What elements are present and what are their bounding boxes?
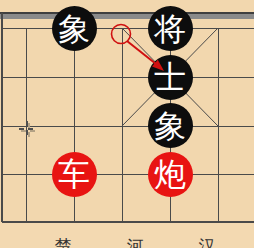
river-char-han: 汉: [199, 235, 216, 248]
piece-red-chariot[interactable]: 车: [52, 152, 97, 197]
xiangqi-board[interactable]: 楚 河 汉 象将士象车炮: [0, 0, 254, 248]
piece-black-general[interactable]: 将: [148, 6, 193, 51]
piece-black-elephant-left[interactable]: 象: [52, 6, 97, 51]
piece-black-advisor[interactable]: 士: [148, 55, 193, 100]
piece-black-elephant-mid[interactable]: 象: [148, 103, 193, 148]
palace-diagonals: [0, 0, 254, 248]
river-char-chu: 楚: [55, 235, 72, 248]
piece-red-cannon[interactable]: 炮: [148, 152, 193, 197]
river-char-he: 河: [127, 235, 144, 248]
